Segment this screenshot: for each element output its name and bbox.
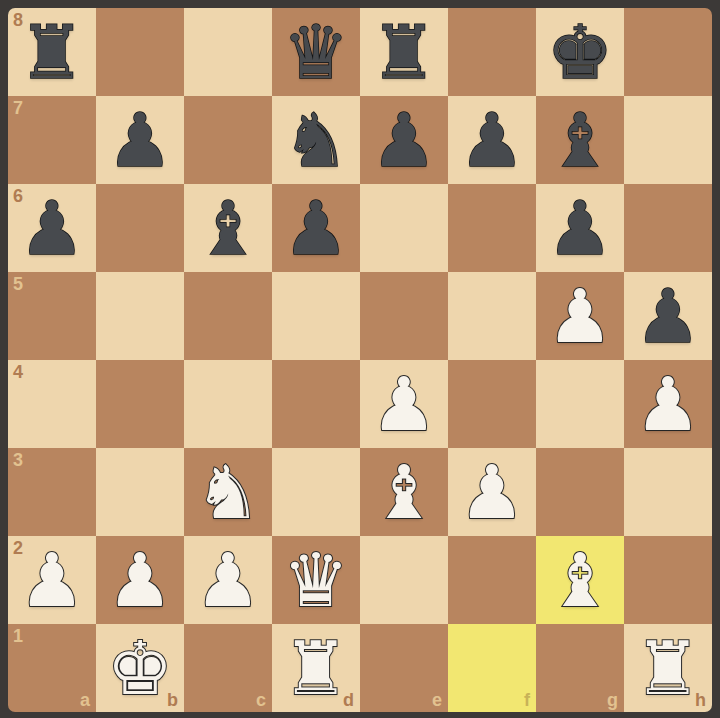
square-g8[interactable]: ♚	[536, 8, 624, 96]
piece-white-pawn[interactable]: ♟	[184, 536, 272, 624]
square-d3[interactable]	[272, 448, 360, 536]
square-a6[interactable]: 6♟	[8, 184, 96, 272]
rank-label-1: 1	[13, 627, 23, 645]
square-e7[interactable]: ♟	[360, 96, 448, 184]
piece-black-rook[interactable]: ♜	[8, 8, 96, 96]
rank-label-4: 4	[13, 363, 23, 381]
rank-label-3: 3	[13, 451, 23, 469]
square-f5[interactable]	[448, 272, 536, 360]
square-d7[interactable]: ♞	[272, 96, 360, 184]
square-g7[interactable]: ♝	[536, 96, 624, 184]
file-label-a: a	[80, 691, 90, 709]
square-a3[interactable]: 3	[8, 448, 96, 536]
square-a8[interactable]: 8♜	[8, 8, 96, 96]
piece-white-rook[interactable]: ♜	[272, 624, 360, 712]
file-label-f: f	[524, 691, 530, 709]
square-e3[interactable]: ♝	[360, 448, 448, 536]
chess-board: 8♜♛♜♚7♟♞♟♟♝6♟♝♟♟5♟♟4♟♟3♞♝♟2♟♟♟♛♝1ab♚cd♜e…	[8, 8, 712, 712]
square-c2[interactable]: ♟	[184, 536, 272, 624]
square-d8[interactable]: ♛	[272, 8, 360, 96]
piece-white-pawn[interactable]: ♟	[8, 536, 96, 624]
piece-white-queen[interactable]: ♛	[272, 536, 360, 624]
square-d6[interactable]: ♟	[272, 184, 360, 272]
square-d1[interactable]: d♜	[272, 624, 360, 712]
piece-white-pawn[interactable]: ♟	[536, 272, 624, 360]
square-d2[interactable]: ♛	[272, 536, 360, 624]
piece-white-pawn[interactable]: ♟	[96, 536, 184, 624]
square-a1[interactable]: 1a	[8, 624, 96, 712]
square-d5[interactable]	[272, 272, 360, 360]
square-h4[interactable]: ♟	[624, 360, 712, 448]
square-h2[interactable]	[624, 536, 712, 624]
piece-white-king[interactable]: ♚	[96, 624, 184, 712]
square-g6[interactable]: ♟	[536, 184, 624, 272]
square-e4[interactable]: ♟	[360, 360, 448, 448]
square-f8[interactable]	[448, 8, 536, 96]
square-e1[interactable]: e	[360, 624, 448, 712]
piece-white-pawn[interactable]: ♟	[360, 360, 448, 448]
square-g1[interactable]: g	[536, 624, 624, 712]
piece-black-pawn[interactable]: ♟	[272, 184, 360, 272]
square-e6[interactable]	[360, 184, 448, 272]
piece-black-pawn[interactable]: ♟	[8, 184, 96, 272]
piece-black-pawn[interactable]: ♟	[536, 184, 624, 272]
square-c5[interactable]	[184, 272, 272, 360]
piece-white-rook[interactable]: ♜	[624, 624, 712, 712]
square-e2[interactable]	[360, 536, 448, 624]
square-h5[interactable]: ♟	[624, 272, 712, 360]
square-b6[interactable]	[96, 184, 184, 272]
square-c6[interactable]: ♝	[184, 184, 272, 272]
square-g3[interactable]	[536, 448, 624, 536]
square-b8[interactable]	[96, 8, 184, 96]
square-b2[interactable]: ♟	[96, 536, 184, 624]
piece-black-bishop[interactable]: ♝	[536, 96, 624, 184]
piece-white-pawn[interactable]: ♟	[624, 360, 712, 448]
square-f6[interactable]	[448, 184, 536, 272]
piece-white-pawn[interactable]: ♟	[448, 448, 536, 536]
piece-black-king[interactable]: ♚	[536, 8, 624, 96]
square-c8[interactable]	[184, 8, 272, 96]
square-b7[interactable]: ♟	[96, 96, 184, 184]
square-b4[interactable]	[96, 360, 184, 448]
piece-black-pawn[interactable]: ♟	[96, 96, 184, 184]
piece-black-bishop[interactable]: ♝	[184, 184, 272, 272]
piece-black-knight[interactable]: ♞	[272, 96, 360, 184]
square-f1[interactable]: f	[448, 624, 536, 712]
piece-black-pawn[interactable]: ♟	[448, 96, 536, 184]
piece-black-pawn[interactable]: ♟	[360, 96, 448, 184]
piece-black-queen[interactable]: ♛	[272, 8, 360, 96]
square-h6[interactable]	[624, 184, 712, 272]
square-a4[interactable]: 4	[8, 360, 96, 448]
square-e8[interactable]: ♜	[360, 8, 448, 96]
file-label-c: c	[256, 691, 266, 709]
square-a5[interactable]: 5	[8, 272, 96, 360]
square-h1[interactable]: h♜	[624, 624, 712, 712]
square-f4[interactable]	[448, 360, 536, 448]
square-h3[interactable]	[624, 448, 712, 536]
square-e5[interactable]	[360, 272, 448, 360]
piece-black-pawn[interactable]: ♟	[624, 272, 712, 360]
square-f2[interactable]	[448, 536, 536, 624]
piece-white-knight[interactable]: ♞	[184, 448, 272, 536]
file-label-g: g	[607, 691, 618, 709]
square-f7[interactable]: ♟	[448, 96, 536, 184]
piece-white-bishop[interactable]: ♝	[360, 448, 448, 536]
square-g2[interactable]: ♝	[536, 536, 624, 624]
board-frame: 8♜♛♜♚7♟♞♟♟♝6♟♝♟♟5♟♟4♟♟3♞♝♟2♟♟♟♛♝1ab♚cd♜e…	[0, 0, 720, 718]
piece-white-bishop[interactable]: ♝	[536, 536, 624, 624]
square-c7[interactable]	[184, 96, 272, 184]
square-c4[interactable]	[184, 360, 272, 448]
square-h8[interactable]	[624, 8, 712, 96]
square-b3[interactable]	[96, 448, 184, 536]
square-g5[interactable]: ♟	[536, 272, 624, 360]
square-a2[interactable]: 2♟	[8, 536, 96, 624]
square-d4[interactable]	[272, 360, 360, 448]
square-b5[interactable]	[96, 272, 184, 360]
square-h7[interactable]	[624, 96, 712, 184]
rank-label-5: 5	[13, 275, 23, 293]
square-g4[interactable]	[536, 360, 624, 448]
square-f3[interactable]: ♟	[448, 448, 536, 536]
rank-label-7: 7	[13, 99, 23, 117]
square-c3[interactable]: ♞	[184, 448, 272, 536]
square-c1[interactable]: c	[184, 624, 272, 712]
square-b1[interactable]: b♚	[96, 624, 184, 712]
file-label-e: e	[432, 691, 442, 709]
piece-black-rook[interactable]: ♜	[360, 8, 448, 96]
square-a7[interactable]: 7	[8, 96, 96, 184]
